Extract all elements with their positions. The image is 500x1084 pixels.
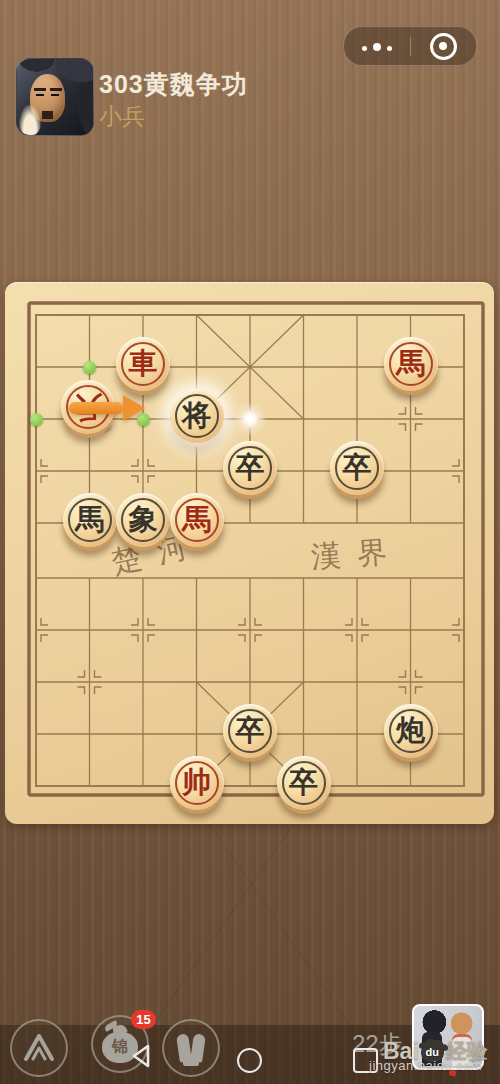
piece-将-black[interactable]: 将 <box>170 389 224 443</box>
more-dots-icon <box>359 37 395 55</box>
xiangqi-board[interactable]: 楚河 漢界 車馬兵将卒卒馬象馬卒炮帅卒 <box>5 282 494 824</box>
screen: 303黄魏争功 小兵 楚河 漢界 車馬兵将卒卒馬象馬卒炮帅卒 锦 15 22步 … <box>0 0 500 1084</box>
piece-char: 卒 <box>223 704 277 758</box>
piece-卒-black[interactable]: 卒 <box>330 441 384 495</box>
pray-button[interactable] <box>162 1019 220 1077</box>
piece-char: 将 <box>170 389 224 443</box>
piece-馬-red[interactable]: 馬 <box>384 337 438 391</box>
rank-label: 小兵 <box>99 101 145 132</box>
piece-卒-black[interactable]: 卒 <box>223 704 277 758</box>
chevron-logo-icon <box>20 1030 58 1066</box>
miniprogram-capsule <box>343 26 477 66</box>
target-circle-icon <box>430 33 457 60</box>
avatar-flame <box>19 105 41 135</box>
piece-char: 馬 <box>384 337 438 391</box>
piece-卒-black[interactable]: 卒 <box>277 756 331 810</box>
hint-count-badge: 15 <box>131 1010 156 1029</box>
piece-char: 車 <box>116 337 170 391</box>
app-logo-button[interactable] <box>10 1019 68 1077</box>
piece-炮-black[interactable]: 炮 <box>384 704 438 758</box>
piece-卒-black[interactable]: 卒 <box>223 441 277 495</box>
nav-back-button[interactable] <box>129 1043 153 1069</box>
praying-hands-icon <box>174 1034 208 1066</box>
avatar[interactable] <box>16 58 94 136</box>
piece-車-red[interactable]: 車 <box>116 337 170 391</box>
piece-char: 卒 <box>223 441 277 495</box>
nav-home-button[interactable] <box>237 1048 262 1073</box>
piece-char: 炮 <box>384 704 438 758</box>
watermark-url: jingyan.baidu.com <box>369 1058 482 1073</box>
piece-馬-black[interactable]: 馬 <box>63 493 117 547</box>
piece-char: 卒 <box>330 441 384 495</box>
piece-兵-red[interactable]: 兵 <box>61 380 115 434</box>
piece-char: 馬 <box>170 493 224 547</box>
capsule-exit-button[interactable] <box>411 27 477 65</box>
piece-帅-red[interactable]: 帅 <box>170 756 224 810</box>
piece-char: 卒 <box>277 756 331 810</box>
capsule-more-button[interactable] <box>344 27 410 65</box>
piece-char: 兵 <box>61 380 115 434</box>
bag-glyph: 锦 <box>112 1037 128 1058</box>
puzzle-title: 303黄魏争功 <box>99 68 248 101</box>
piece-char: 帅 <box>170 756 224 810</box>
pieces-layer: 車馬兵将卒卒馬象馬卒炮帅卒 <box>5 282 494 824</box>
piece-象-black[interactable]: 象 <box>116 493 170 547</box>
watermark-red-mark <box>448 1069 456 1076</box>
piece-char: 象 <box>116 493 170 547</box>
piece-馬-red[interactable]: 馬 <box>170 493 224 547</box>
piece-char: 馬 <box>63 493 117 547</box>
